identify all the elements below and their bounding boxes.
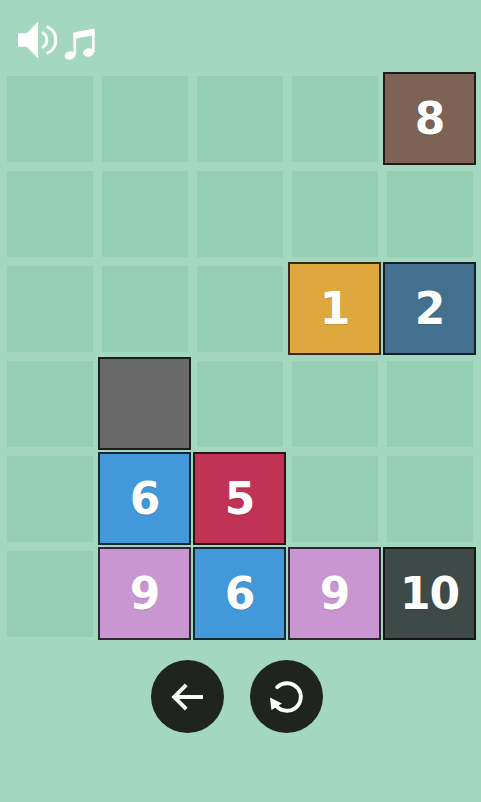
board-cell bbox=[2, 71, 97, 166]
board-cell: 6 bbox=[192, 546, 287, 641]
number-tile-6[interactable]: 6 bbox=[98, 452, 191, 545]
left-arrow-icon bbox=[165, 674, 211, 720]
board-cell bbox=[287, 71, 382, 166]
empty-cell bbox=[7, 76, 93, 162]
restart-button[interactable] bbox=[250, 660, 323, 733]
board-cell bbox=[2, 356, 97, 451]
board-cell: 10 bbox=[382, 546, 477, 641]
number-tile-9[interactable]: 9 bbox=[288, 547, 381, 640]
empty-cell bbox=[292, 76, 378, 162]
music-notes-icon[interactable] bbox=[62, 27, 104, 62]
tile-number: 6 bbox=[130, 477, 160, 521]
board-cell bbox=[287, 356, 382, 451]
empty-cell bbox=[292, 456, 378, 542]
board-cell bbox=[287, 451, 382, 546]
back-button[interactable] bbox=[151, 660, 224, 733]
number-tile-6[interactable]: 6 bbox=[193, 547, 286, 640]
board-cell bbox=[97, 261, 192, 356]
number-tile-5[interactable]: 5 bbox=[193, 452, 286, 545]
empty-cell bbox=[197, 76, 283, 162]
board-cell bbox=[2, 451, 97, 546]
empty-cell bbox=[292, 171, 378, 257]
tile-number: 5 bbox=[225, 477, 255, 521]
restart-circular-arrow-icon bbox=[264, 674, 310, 720]
empty-cell bbox=[102, 76, 188, 162]
tile-number: 8 bbox=[415, 97, 445, 141]
empty-cell bbox=[7, 551, 93, 637]
board-cell: 2 bbox=[382, 261, 477, 356]
puzzle-board: 8126596910 bbox=[2, 71, 477, 641]
board-cell: 9 bbox=[287, 546, 382, 641]
number-tile-1[interactable]: 1 bbox=[288, 262, 381, 355]
empty-cell bbox=[7, 361, 93, 447]
board-cell bbox=[2, 261, 97, 356]
board-cell: 1 bbox=[287, 261, 382, 356]
board-cell bbox=[2, 546, 97, 641]
empty-cell bbox=[292, 361, 378, 447]
empty-cell bbox=[387, 171, 473, 257]
board-cell bbox=[382, 356, 477, 451]
game-screen: 8126596910 bbox=[0, 0, 481, 802]
board-cell bbox=[97, 356, 192, 451]
empty-cell bbox=[7, 266, 93, 352]
empty-cell bbox=[197, 171, 283, 257]
empty-cell bbox=[387, 456, 473, 542]
blocker-tile bbox=[98, 357, 191, 450]
tile-number: 10 bbox=[400, 572, 459, 616]
board-cell bbox=[192, 356, 287, 451]
empty-cell bbox=[197, 361, 283, 447]
number-tile-2[interactable]: 2 bbox=[383, 262, 476, 355]
empty-cell bbox=[387, 361, 473, 447]
board-cell: 9 bbox=[97, 546, 192, 641]
empty-cell bbox=[102, 171, 188, 257]
board-cell bbox=[192, 261, 287, 356]
tile-number: 1 bbox=[320, 287, 350, 331]
number-tile-8[interactable]: 8 bbox=[383, 72, 476, 165]
board-cell: 5 bbox=[192, 451, 287, 546]
tile-number: 2 bbox=[415, 287, 445, 331]
tile-number: 9 bbox=[320, 572, 350, 616]
board-cell bbox=[382, 166, 477, 261]
tile-number: 9 bbox=[130, 572, 160, 616]
board-cell bbox=[97, 166, 192, 261]
board-cell bbox=[192, 166, 287, 261]
number-tile-10[interactable]: 10 bbox=[383, 547, 476, 640]
empty-cell bbox=[7, 171, 93, 257]
board-cell bbox=[192, 71, 287, 166]
empty-cell bbox=[197, 266, 283, 352]
tile-number: 6 bbox=[225, 572, 255, 616]
empty-cell bbox=[7, 456, 93, 542]
empty-cell bbox=[102, 266, 188, 352]
board-cell: 6 bbox=[97, 451, 192, 546]
board-cell bbox=[97, 71, 192, 166]
board-cell bbox=[287, 166, 382, 261]
board-cell bbox=[2, 166, 97, 261]
board-cell bbox=[382, 451, 477, 546]
speaker-icon[interactable] bbox=[18, 20, 64, 60]
board-cell: 8 bbox=[382, 71, 477, 166]
number-tile-9[interactable]: 9 bbox=[98, 547, 191, 640]
